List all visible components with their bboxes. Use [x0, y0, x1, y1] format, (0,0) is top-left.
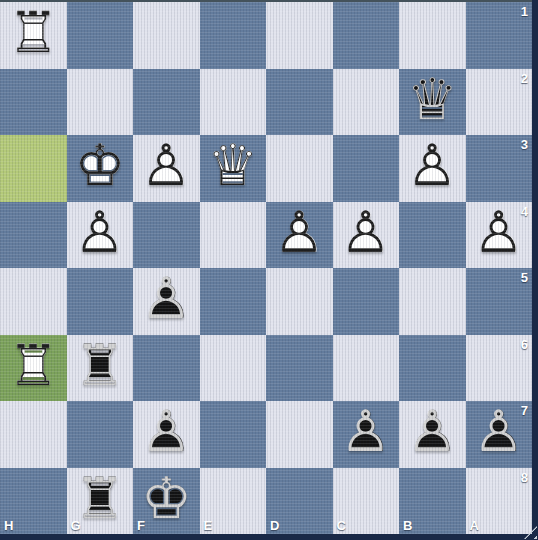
square-d3[interactable]: [266, 135, 333, 202]
square-d7[interactable]: [266, 401, 333, 468]
square-g8[interactable]: ♜♖: [67, 468, 134, 535]
square-c5[interactable]: [333, 268, 400, 335]
square-f2[interactable]: [133, 69, 200, 136]
square-a4[interactable]: ♟♙: [466, 202, 533, 269]
black-rook[interactable]: ♜♖: [67, 335, 134, 402]
square-c8[interactable]: [333, 468, 400, 535]
white-rook[interactable]: ♜♖: [0, 2, 67, 69]
square-d8[interactable]: [266, 468, 333, 535]
square-e5[interactable]: [200, 268, 267, 335]
square-a5[interactable]: [466, 268, 533, 335]
square-b7[interactable]: ♟♙: [399, 401, 466, 468]
square-f7[interactable]: ♟♙: [133, 401, 200, 468]
square-f5[interactable]: ♟♙: [133, 268, 200, 335]
square-h7[interactable]: [0, 401, 67, 468]
square-e8[interactable]: [200, 468, 267, 535]
square-d5[interactable]: [266, 268, 333, 335]
square-c7[interactable]: ♟♙: [333, 401, 400, 468]
square-g1[interactable]: [67, 2, 134, 69]
square-h4[interactable]: [0, 202, 67, 269]
white-king[interactable]: ♚♔: [67, 135, 134, 202]
square-b4[interactable]: [399, 202, 466, 269]
square-f3[interactable]: ♟♙: [133, 135, 200, 202]
square-c2[interactable]: [333, 69, 400, 136]
square-e3[interactable]: ♛♕: [200, 135, 267, 202]
square-e7[interactable]: [200, 401, 267, 468]
board-right-border: [532, 0, 538, 540]
chess-board-window: ♜♖♛♕♚♔♟♙♛♕♟♙♟♙♟♙♟♙♟♙♟♙♜♖♜♖♟♙♟♙♟♙♟♙♜♖♚♔12…: [0, 0, 538, 540]
board-bottom-border: [0, 534, 538, 540]
square-g4[interactable]: ♟♙: [67, 202, 134, 269]
square-c1[interactable]: [333, 2, 400, 69]
square-b6[interactable]: [399, 335, 466, 402]
square-a2[interactable]: [466, 69, 533, 136]
square-f4[interactable]: [133, 202, 200, 269]
square-d1[interactable]: [266, 2, 333, 69]
square-d4[interactable]: ♟♙: [266, 202, 333, 269]
square-g6[interactable]: ♜♖: [67, 335, 134, 402]
white-queen[interactable]: ♛♕: [200, 135, 267, 202]
black-rook[interactable]: ♜♖: [67, 468, 134, 535]
square-b8[interactable]: [399, 468, 466, 535]
square-h2[interactable]: [0, 69, 67, 136]
square-f1[interactable]: [133, 2, 200, 69]
white-pawn[interactable]: ♟♙: [266, 202, 333, 269]
square-a7[interactable]: ♟♙: [466, 401, 533, 468]
square-e4[interactable]: [200, 202, 267, 269]
square-g7[interactable]: [67, 401, 134, 468]
white-pawn[interactable]: ♟♙: [466, 202, 533, 269]
square-f6[interactable]: [133, 335, 200, 402]
square-a6[interactable]: [466, 335, 533, 402]
square-a3[interactable]: [466, 135, 533, 202]
black-queen[interactable]: ♛♕: [399, 69, 466, 136]
black-pawn[interactable]: ♟♙: [333, 401, 400, 468]
square-d6[interactable]: [266, 335, 333, 402]
black-pawn[interactable]: ♟♙: [133, 401, 200, 468]
black-pawn[interactable]: ♟♙: [466, 401, 533, 468]
white-pawn[interactable]: ♟♙: [133, 135, 200, 202]
square-d2[interactable]: [266, 69, 333, 136]
square-h5[interactable]: [0, 268, 67, 335]
square-e2[interactable]: [200, 69, 267, 136]
white-pawn[interactable]: ♟♙: [333, 202, 400, 269]
black-pawn[interactable]: ♟♙: [399, 401, 466, 468]
square-b2[interactable]: ♛♕: [399, 69, 466, 136]
white-pawn[interactable]: ♟♙: [399, 135, 466, 202]
square-h8[interactable]: [0, 468, 67, 535]
black-pawn[interactable]: ♟♙: [133, 268, 200, 335]
square-e1[interactable]: [200, 2, 267, 69]
square-g2[interactable]: [67, 69, 134, 136]
chess-board: ♜♖♛♕♚♔♟♙♛♕♟♙♟♙♟♙♟♙♟♙♟♙♜♖♜♖♟♙♟♙♟♙♟♙♜♖♚♔12…: [0, 2, 532, 534]
square-c6[interactable]: [333, 335, 400, 402]
square-g3[interactable]: ♚♔: [67, 135, 134, 202]
square-b1[interactable]: [399, 2, 466, 69]
white-rook[interactable]: ♜♖: [0, 335, 67, 402]
square-c3[interactable]: [333, 135, 400, 202]
square-g5[interactable]: [67, 268, 134, 335]
white-pawn[interactable]: ♟♙: [67, 202, 134, 269]
square-h3[interactable]: [0, 135, 67, 202]
square-h1[interactable]: ♜♖: [0, 2, 67, 69]
square-b3[interactable]: ♟♙: [399, 135, 466, 202]
square-a8[interactable]: [466, 468, 533, 535]
square-h6[interactable]: ♜♖: [0, 335, 67, 402]
square-e6[interactable]: [200, 335, 267, 402]
square-a1[interactable]: [466, 2, 533, 69]
black-king[interactable]: ♚♔: [133, 468, 200, 535]
square-f8[interactable]: ♚♔: [133, 468, 200, 535]
square-b5[interactable]: [399, 268, 466, 335]
square-c4[interactable]: ♟♙: [333, 202, 400, 269]
